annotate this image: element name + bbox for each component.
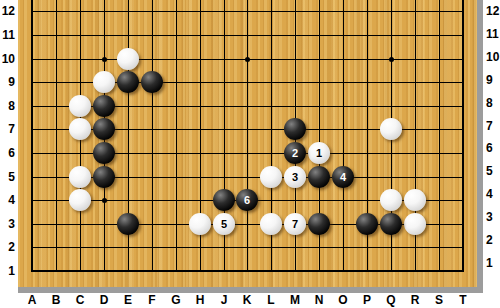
black-stone-F9[interactable] [141,71,163,93]
white-stone-L3[interactable] [260,213,282,235]
row-label-left-10: 10 [0,51,15,67]
column-label-O: O [333,294,353,307]
black-stone-D7[interactable] [93,118,115,140]
black-stone-N3[interactable] [308,213,330,235]
row-label-right-11: 11 [486,26,500,42]
column-label-Q: Q [381,294,401,307]
black-stone-E9[interactable] [117,71,139,93]
white-stone-C4[interactable] [69,189,91,211]
white-stone-H3[interactable] [189,213,211,235]
grid-line-row-12 [31,11,464,12]
grid-line-col-G [176,0,177,272]
white-stone-C8[interactable] [69,95,91,117]
grid-line-col-K [247,0,248,272]
row-label-right-1: 1 [486,255,500,271]
black-stone-E3[interactable] [117,213,139,235]
white-stone-D9[interactable] [93,71,115,93]
row-label-left-8: 8 [0,98,15,114]
row-label-left-4: 4 [0,192,15,208]
grid-line-row-2 [31,247,464,248]
star-point-D10 [102,57,107,62]
column-label-F: F [142,294,162,307]
move-2-black-stone-M6[interactable]: 2 [284,142,306,164]
column-label-T: T [453,294,473,307]
column-label-B: B [46,294,66,307]
grid-line-row-1 [31,270,464,272]
column-label-K: K [237,294,257,307]
star-point-K10 [245,57,250,62]
black-stone-D5[interactable] [93,166,115,188]
row-label-right-6: 6 [486,140,500,156]
go-board-viewer: 1234567 123456789101112 123456789101112 … [0,0,500,308]
row-label-right-7: 7 [486,118,500,134]
column-label-D: D [94,294,114,307]
grid-line-col-A [31,0,33,272]
row-label-right-9: 9 [486,72,500,88]
black-stone-M7[interactable] [284,118,306,140]
goban[interactable]: 1234567 [18,0,477,287]
white-stone-L5[interactable] [260,166,282,188]
star-point-Q10 [389,57,394,62]
row-label-left-9: 9 [0,74,15,90]
column-label-S: S [429,294,449,307]
column-label-J: J [214,294,234,307]
row-label-left-1: 1 [0,263,15,279]
row-label-right-12: 12 [486,3,500,19]
row-label-left-12: 12 [0,3,15,19]
grid-line-col-O [343,0,344,272]
white-stone-R3[interactable] [404,213,426,235]
white-stone-Q4[interactable] [380,189,402,211]
row-label-right-5: 5 [486,163,500,179]
row-label-left-6: 6 [0,145,15,161]
white-stone-R4[interactable] [404,189,426,211]
move-5-white-stone-J3[interactable]: 5 [213,213,235,235]
row-label-right-2: 2 [486,232,500,248]
column-label-M: M [285,294,305,307]
grid-line-row-11 [31,35,464,36]
black-stone-D8[interactable] [93,95,115,117]
column-label-H: H [190,294,210,307]
white-stone-E10[interactable] [117,48,139,70]
black-stone-J4[interactable] [213,189,235,211]
column-label-P: P [357,294,377,307]
row-label-left-3: 3 [0,216,15,232]
black-stone-D6[interactable] [93,142,115,164]
column-label-C: C [70,294,90,307]
white-stone-Q7[interactable] [380,118,402,140]
row-label-left-7: 7 [0,121,15,137]
column-label-G: G [166,294,186,307]
row-label-left-2: 2 [0,239,15,255]
row-label-right-4: 4 [486,186,500,202]
row-label-right-8: 8 [486,95,500,111]
black-stone-P3[interactable] [356,213,378,235]
column-label-L: L [261,294,281,307]
white-stone-C5[interactable] [69,166,91,188]
column-label-R: R [405,294,425,307]
column-label-A: A [22,294,42,307]
move-6-black-stone-K4[interactable]: 6 [236,189,258,211]
move-1-white-stone-N6[interactable]: 1 [308,142,330,164]
move-3-white-stone-M5[interactable]: 3 [284,166,306,188]
white-stone-C7[interactable] [69,118,91,140]
black-stone-N5[interactable] [308,166,330,188]
grid-line-col-S [439,0,440,272]
row-label-right-3: 3 [486,209,500,225]
move-7-white-stone-M3[interactable]: 7 [284,213,306,235]
grid-line-col-T [462,0,464,272]
row-label-right-10: 10 [486,49,500,65]
move-4-black-stone-O5[interactable]: 4 [332,166,354,188]
row-label-left-5: 5 [0,169,15,185]
column-label-N: N [309,294,329,307]
board-shadow-right [477,0,483,293]
star-point-D4 [102,198,107,203]
grid-line-col-F [152,0,153,272]
black-stone-Q3[interactable] [380,213,402,235]
row-label-left-11: 11 [0,27,15,43]
grid-line-col-B [56,0,57,272]
column-label-E: E [118,294,138,307]
